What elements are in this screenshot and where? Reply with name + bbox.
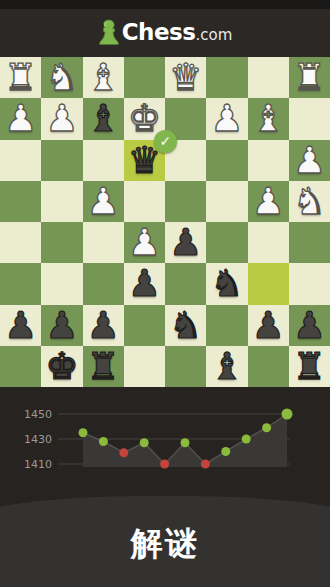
black-knight-d7: ♞: [169, 305, 202, 346]
square-e8[interactable]: [124, 346, 165, 387]
square-a3[interactable]: ♟: [289, 140, 330, 181]
square-g8[interactable]: ♚: [41, 346, 82, 387]
square-f4[interactable]: ♟: [83, 181, 124, 222]
square-a1[interactable]: ♜: [289, 57, 330, 98]
square-a6[interactable]: [289, 263, 330, 304]
white-pawn-g2: ♟: [45, 98, 78, 139]
status-bar: [0, 0, 330, 9]
square-h1[interactable]: ♜: [0, 57, 41, 98]
puzzle-dot-2-win: [99, 437, 108, 446]
square-a4[interactable]: ♞: [289, 181, 330, 222]
chesscom-logo[interactable]: Chess .com: [98, 19, 233, 45]
white-bishop-f1: ♝: [87, 57, 120, 98]
square-f3[interactable]: [83, 140, 124, 181]
logo-text-com: .com: [195, 26, 232, 44]
square-b8[interactable]: [248, 346, 289, 387]
square-g5[interactable]: [41, 222, 82, 263]
puzzle-dot-1-win: [79, 428, 88, 437]
white-knight-a4: ♞: [293, 181, 326, 222]
square-c7[interactable]: [206, 305, 247, 346]
square-f7[interactable]: ♟: [83, 305, 124, 346]
black-pawn-e6: ♟: [128, 263, 161, 304]
square-e7[interactable]: [124, 305, 165, 346]
logo-text-chess: Chess: [122, 19, 196, 45]
square-g3[interactable]: [41, 140, 82, 181]
white-pawn-e5: ♟: [128, 222, 161, 263]
square-b3[interactable]: [248, 140, 289, 181]
square-b1[interactable]: [248, 57, 289, 98]
square-d8[interactable]: [165, 346, 206, 387]
white-rook-h1: ♜: [4, 57, 37, 98]
square-c8[interactable]: ♝: [206, 346, 247, 387]
black-king-g8: ♚: [45, 346, 78, 387]
white-pawn-a3: ♟: [293, 140, 326, 181]
square-b4[interactable]: ♟: [248, 181, 289, 222]
square-h4[interactable]: [0, 181, 41, 222]
square-e1[interactable]: [124, 57, 165, 98]
puzzle-dot-5-loss: [160, 460, 169, 469]
black-pawn-f7: ♟: [87, 305, 120, 346]
square-g2[interactable]: ♟: [41, 98, 82, 139]
square-b2[interactable]: ♝: [248, 98, 289, 139]
square-c3[interactable]: [206, 140, 247, 181]
square-g4[interactable]: [41, 181, 82, 222]
black-pawn-g7: ♟: [45, 305, 78, 346]
square-g7[interactable]: ♟: [41, 305, 82, 346]
correct-move-checkmark-icon: ✓: [154, 130, 177, 153]
black-rook-f8: ♜: [87, 346, 120, 387]
puzzle-dot-8-win: [221, 447, 230, 456]
black-knight-c6: ♞: [210, 263, 243, 304]
puzzle-dot-9-win: [242, 435, 251, 444]
page-title: 解谜: [0, 522, 330, 566]
rating-chart: 145014301410: [0, 387, 330, 497]
square-h3[interactable]: [0, 140, 41, 181]
square-f8[interactable]: ♜: [83, 346, 124, 387]
white-bishop-b2: ♝: [252, 98, 285, 139]
square-h6[interactable]: [0, 263, 41, 304]
square-c5[interactable]: [206, 222, 247, 263]
ytick-label-1450: 1450: [24, 408, 52, 421]
puzzle-dot-3-loss: [119, 448, 128, 457]
square-c1[interactable]: [206, 57, 247, 98]
square-e6[interactable]: ♟: [124, 263, 165, 304]
black-pawn-h7: ♟: [4, 305, 37, 346]
chess-board[interactable]: ♜♞♝♛♜♟♟♝♚♟♝♛✓♟♟♟♞♟♟♟♞♟♟♟♞♟♟♚♜♝♜: [0, 57, 330, 387]
square-h5[interactable]: [0, 222, 41, 263]
square-d1[interactable]: ♛: [165, 57, 206, 98]
black-rook-a8: ♜: [293, 346, 326, 387]
square-f5[interactable]: [83, 222, 124, 263]
black-pawn-b7: ♟: [252, 305, 285, 346]
square-d7[interactable]: ♞: [165, 305, 206, 346]
square-a7[interactable]: ♟: [289, 305, 330, 346]
square-a8[interactable]: ♜: [289, 346, 330, 387]
square-g1[interactable]: ♞: [41, 57, 82, 98]
black-pawn-d5: ♟: [169, 222, 202, 263]
black-pawn-a7: ♟: [293, 305, 326, 346]
white-pawn-f4: ♟: [87, 181, 120, 222]
square-e3[interactable]: ♛✓: [124, 140, 165, 181]
puzzle-dot-10-win: [262, 423, 271, 432]
ytick-label-1410: 1410: [24, 458, 52, 471]
square-d6[interactable]: [165, 263, 206, 304]
white-queen-d1: ♛: [169, 57, 202, 98]
square-f2[interactable]: ♝: [83, 98, 124, 139]
puzzle-dot-6-win: [181, 438, 190, 447]
square-d4[interactable]: [165, 181, 206, 222]
square-a2[interactable]: [289, 98, 330, 139]
bottom-sheet: 解谜: [0, 496, 330, 587]
pawn-icon: [98, 19, 120, 45]
square-c4[interactable]: [206, 181, 247, 222]
square-g6[interactable]: [41, 263, 82, 304]
square-h8[interactable]: [0, 346, 41, 387]
black-bishop-c8: ♝: [210, 346, 243, 387]
square-f6[interactable]: [83, 263, 124, 304]
white-pawn-b4: ♟: [252, 181, 285, 222]
square-h7[interactable]: ♟: [0, 305, 41, 346]
square-h2[interactable]: ♟: [0, 98, 41, 139]
black-bishop-f2: ♝: [87, 98, 120, 139]
white-pawn-c2: ♟: [210, 98, 243, 139]
puzzle-dot-11-win: [282, 409, 293, 420]
square-e4[interactable]: [124, 181, 165, 222]
square-b6[interactable]: [248, 263, 289, 304]
white-pawn-h2: ♟: [4, 98, 37, 139]
rating-chart-svg: 145014301410: [0, 390, 330, 490]
puzzle-dot-4-win: [140, 438, 149, 447]
square-a5[interactable]: [289, 222, 330, 263]
square-f1[interactable]: ♝: [83, 57, 124, 98]
ytick-label-1430: 1430: [24, 433, 52, 446]
square-b7[interactable]: ♟: [248, 305, 289, 346]
square-c2[interactable]: ♟: [206, 98, 247, 139]
square-d5[interactable]: ♟: [165, 222, 206, 263]
square-c6[interactable]: ♞: [206, 263, 247, 304]
square-b5[interactable]: [248, 222, 289, 263]
white-knight-g1: ♞: [45, 57, 78, 98]
square-e5[interactable]: ♟: [124, 222, 165, 263]
white-rook-a1: ♜: [293, 57, 326, 98]
puzzle-dot-7-loss: [201, 460, 210, 469]
